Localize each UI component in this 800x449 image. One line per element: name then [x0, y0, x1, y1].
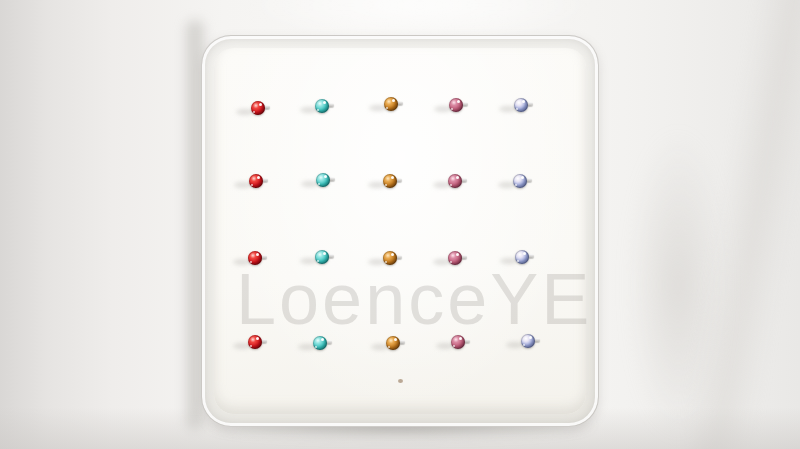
stud-gem	[513, 174, 527, 188]
nose-stud-red-r1c1	[251, 101, 265, 115]
nose-stud-ab-r2c5	[513, 174, 527, 188]
stud-gem	[514, 98, 528, 112]
stud-gem	[449, 98, 463, 112]
nose-stud-aqua-r3c2	[315, 250, 329, 264]
stud-gem	[316, 173, 330, 187]
nose-stud-rose-r3c4	[448, 251, 462, 265]
stud-gem	[383, 251, 397, 265]
stud-gem	[386, 336, 400, 350]
nose-stud-aqua-r2c2	[316, 173, 330, 187]
stud-gem	[313, 336, 327, 350]
nose-stud-rose-r2c4	[448, 174, 462, 188]
nose-stud-topaz-r1c3	[384, 97, 398, 111]
nose-stud-red-r4c1	[248, 335, 262, 349]
nose-stud-aqua-r1c2	[315, 99, 329, 113]
nose-stud-ab-r1c5	[514, 98, 528, 112]
nose-stud-topaz-r4c3	[386, 336, 400, 350]
stud-gem	[448, 251, 462, 265]
stud-gem	[515, 250, 529, 264]
nose-stud-rose-r1c4	[449, 98, 463, 112]
nose-stud-aqua-r4c2	[313, 336, 327, 350]
stud-gem	[521, 334, 535, 348]
stud-gem	[315, 99, 329, 113]
stud-gem	[248, 335, 262, 349]
nose-stud-topaz-r2c3	[383, 174, 397, 188]
stud-gem	[451, 335, 465, 349]
stud-gem	[251, 101, 265, 115]
nose-stud-red-r2c1	[249, 174, 263, 188]
stud-gem	[383, 174, 397, 188]
nose-stud-rose-r4c4	[451, 335, 465, 349]
nose-stud-topaz-r3c3	[383, 251, 397, 265]
stud-gem	[249, 174, 263, 188]
stud-gem	[315, 250, 329, 264]
photo-stage: LoenceYE	[0, 0, 800, 449]
stud-gem	[248, 251, 262, 265]
nose-stud-ab-r3c5	[515, 250, 529, 264]
nose-stud-red-r3c1	[248, 251, 262, 265]
stud-gem	[448, 174, 462, 188]
nose-stud-ab-r4c5	[521, 334, 535, 348]
stud-gem	[384, 97, 398, 111]
studs-layer	[0, 0, 800, 449]
